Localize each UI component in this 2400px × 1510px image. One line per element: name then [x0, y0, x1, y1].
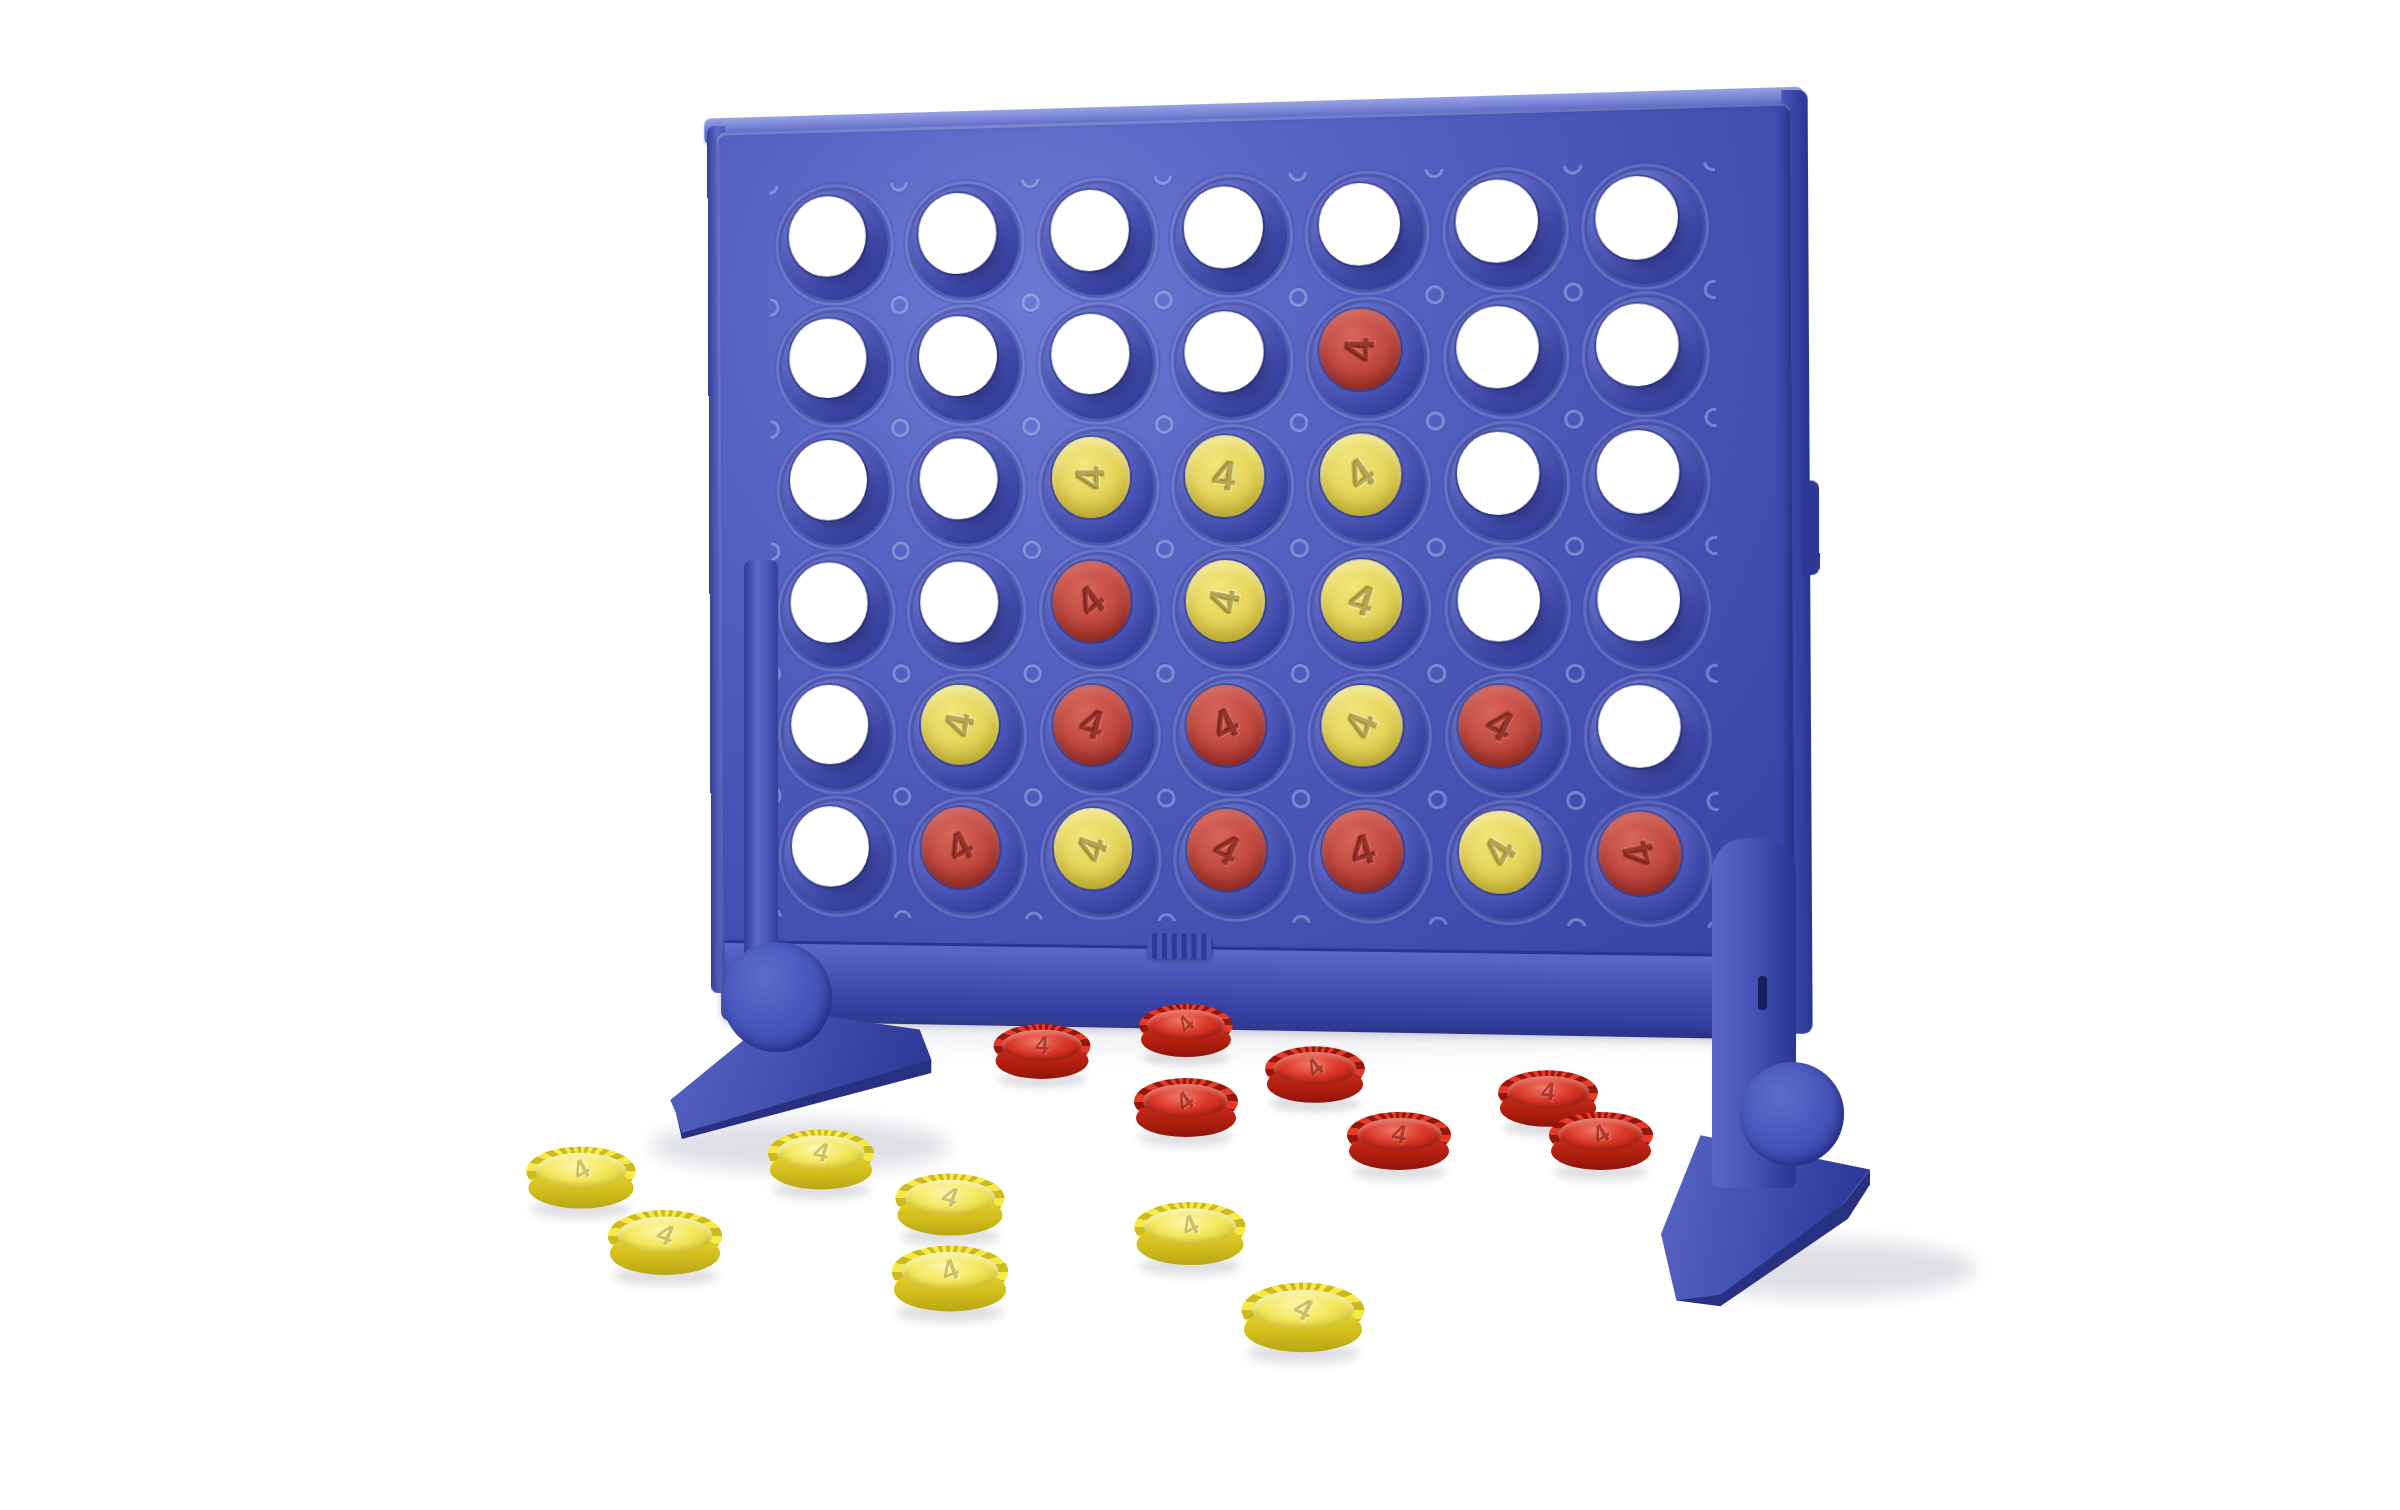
embossed-4: 4	[566, 1152, 595, 1188]
loose-yellow-disc[interactable]: 4	[892, 1245, 1008, 1312]
chip-face: 4	[536, 1153, 626, 1188]
loose-discs-layer: 44444444444444	[0, 0, 2400, 1510]
loose-yellow-disc[interactable]: 4	[1242, 1283, 1365, 1354]
loose-yellow-disc[interactable]: 4	[896, 1173, 1005, 1236]
embossed-4: 4	[1540, 1077, 1557, 1108]
chip-face: 4	[1145, 1208, 1236, 1244]
chip-face: 4	[1507, 1076, 1589, 1108]
loose-red-disc[interactable]: 4	[993, 1025, 1090, 1081]
chip-face: 4	[903, 1252, 999, 1290]
chip-face: 4	[777, 1135, 864, 1169]
embossed-4: 4	[1287, 1290, 1318, 1330]
chip-face: 4	[1253, 1290, 1354, 1330]
loose-yellow-disc[interactable]: 4	[608, 1210, 722, 1276]
loose-red-disc[interactable]: 4	[1265, 1046, 1365, 1104]
embossed-4: 4	[1034, 1031, 1048, 1060]
chip-face: 4	[1143, 1084, 1228, 1118]
embossed-4: 4	[810, 1135, 832, 1169]
embossed-4: 4	[1171, 1010, 1200, 1039]
loose-red-disc[interactable]: 4	[1139, 1004, 1233, 1058]
chip-face: 4	[1147, 1010, 1224, 1040]
embossed-4: 4	[1300, 1052, 1330, 1084]
loose-red-disc[interactable]: 4	[1549, 1112, 1653, 1172]
chip-face: 4	[1274, 1052, 1356, 1084]
embossed-4: 4	[938, 1180, 963, 1216]
embossed-4: 4	[1389, 1118, 1409, 1151]
loose-red-disc[interactable]: 4	[1134, 1078, 1238, 1138]
loose-yellow-disc[interactable]: 4	[1135, 1202, 1246, 1266]
scene: 444444444444444444 44444444444444	[0, 0, 2400, 1510]
loose-red-disc[interactable]: 4	[1347, 1112, 1451, 1172]
loose-yellow-disc[interactable]: 4	[768, 1129, 874, 1190]
embossed-4: 4	[1586, 1117, 1615, 1151]
chip-face: 4	[1558, 1118, 1643, 1152]
embossed-4: 4	[937, 1252, 965, 1290]
loose-yellow-disc[interactable]: 4	[526, 1146, 635, 1209]
chip-face: 4	[1002, 1030, 1081, 1061]
chip-face: 4	[1357, 1118, 1442, 1152]
chip-face: 4	[618, 1216, 712, 1253]
chip-face: 4	[906, 1180, 996, 1215]
embossed-4: 4	[1170, 1084, 1200, 1117]
embossed-4: 4	[1176, 1208, 1204, 1245]
embossed-4: 4	[651, 1216, 679, 1254]
